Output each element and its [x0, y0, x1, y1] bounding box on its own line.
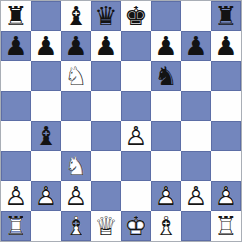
- square-b7[interactable]: ♟: [31, 31, 61, 61]
- black-pawn[interactable]: ♟: [1, 31, 31, 61]
- square-d1[interactable]: ♛♕: [91, 211, 121, 241]
- black-pawn[interactable]: ♟: [211, 31, 241, 61]
- white-knight[interactable]: ♞♘: [61, 151, 91, 181]
- white-knight[interactable]: ♞♘: [61, 61, 91, 91]
- square-a8[interactable]: ♜: [1, 1, 31, 31]
- square-a2[interactable]: ♟♙: [1, 181, 31, 211]
- square-f3[interactable]: [151, 151, 181, 181]
- square-g6[interactable]: [181, 61, 211, 91]
- piece-outline-glyph: ♙: [31, 181, 61, 211]
- square-c3[interactable]: ♞♘: [61, 151, 91, 181]
- square-a1[interactable]: ♜♖: [1, 211, 31, 241]
- square-c2[interactable]: ♟♙: [61, 181, 91, 211]
- black-king[interactable]: ♚: [121, 1, 151, 31]
- square-e3[interactable]: [121, 151, 151, 181]
- square-a5[interactable]: [1, 91, 31, 121]
- square-h4[interactable]: [211, 121, 241, 151]
- square-b5[interactable]: [31, 91, 61, 121]
- square-h5[interactable]: [211, 91, 241, 121]
- piece-outline-glyph: ♙: [151, 181, 181, 211]
- piece-outline-glyph: ♗: [61, 211, 91, 241]
- square-g4[interactable]: [181, 121, 211, 151]
- piece-outline-glyph: ♕: [91, 211, 121, 241]
- black-pawn[interactable]: ♟: [151, 31, 181, 61]
- square-e2[interactable]: [121, 181, 151, 211]
- black-rook[interactable]: ♜: [211, 1, 241, 31]
- piece-outline-glyph: ♔: [121, 211, 151, 241]
- square-c7[interactable]: ♟: [61, 31, 91, 61]
- square-g3[interactable]: [181, 151, 211, 181]
- square-d8[interactable]: ♛: [91, 1, 121, 31]
- black-pawn[interactable]: ♟: [61, 31, 91, 61]
- square-h6[interactable]: [211, 61, 241, 91]
- piece-outline-glyph: ♙: [1, 181, 31, 211]
- black-rook[interactable]: ♜: [1, 1, 31, 31]
- white-bishop[interactable]: ♝♗: [151, 211, 181, 241]
- square-f5[interactable]: [151, 91, 181, 121]
- square-c4[interactable]: [61, 121, 91, 151]
- black-pawn[interactable]: ♟: [91, 31, 121, 61]
- square-e4[interactable]: ♟♙: [121, 121, 151, 151]
- square-b2[interactable]: ♟♙: [31, 181, 61, 211]
- black-bishop[interactable]: ♝: [31, 121, 61, 151]
- square-c6[interactable]: ♞♘: [61, 61, 91, 91]
- white-pawn[interactable]: ♟♙: [211, 181, 241, 211]
- piece-outline-glyph: ♗: [151, 211, 181, 241]
- piece-outline-glyph: ♙: [211, 181, 241, 211]
- white-rook[interactable]: ♜♖: [1, 211, 31, 241]
- piece-outline-glyph: ♘: [61, 151, 91, 181]
- white-pawn[interactable]: ♟♙: [151, 181, 181, 211]
- square-a6[interactable]: [1, 61, 31, 91]
- square-d7[interactable]: ♟: [91, 31, 121, 61]
- square-f2[interactable]: ♟♙: [151, 181, 181, 211]
- square-e8[interactable]: ♚: [121, 1, 151, 31]
- black-pawn[interactable]: ♟: [31, 31, 61, 61]
- white-queen[interactable]: ♛♕: [91, 211, 121, 241]
- square-e7[interactable]: [121, 31, 151, 61]
- square-b4[interactable]: ♝: [31, 121, 61, 151]
- square-c1[interactable]: ♝♗: [61, 211, 91, 241]
- square-h1[interactable]: ♜♖: [211, 211, 241, 241]
- square-f7[interactable]: ♟: [151, 31, 181, 61]
- square-a7[interactable]: ♟: [1, 31, 31, 61]
- piece-outline-glyph: ♙: [61, 181, 91, 211]
- black-bishop[interactable]: ♝: [61, 1, 91, 31]
- piece-outline-glyph: ♖: [1, 211, 31, 241]
- square-b1[interactable]: [31, 211, 61, 241]
- square-f1[interactable]: ♝♗: [151, 211, 181, 241]
- square-e5[interactable]: [121, 91, 151, 121]
- square-f8[interactable]: [151, 1, 181, 31]
- piece-outline-glyph: ♘: [61, 61, 91, 91]
- white-bishop[interactable]: ♝♗: [61, 211, 91, 241]
- black-queen[interactable]: ♛: [91, 1, 121, 31]
- square-g1[interactable]: [181, 211, 211, 241]
- piece-outline-glyph: ♙: [121, 121, 151, 151]
- square-g2[interactable]: ♟♙: [181, 181, 211, 211]
- square-d4[interactable]: [91, 121, 121, 151]
- square-h3[interactable]: [211, 151, 241, 181]
- square-c5[interactable]: [61, 91, 91, 121]
- white-pawn[interactable]: ♟♙: [61, 181, 91, 211]
- square-e1[interactable]: ♚♔: [121, 211, 151, 241]
- white-rook[interactable]: ♜♖: [211, 211, 241, 241]
- square-d3[interactable]: [91, 151, 121, 181]
- black-pawn[interactable]: ♟: [181, 31, 211, 61]
- chess-board: ♜♝♛♚♜♟♟♟♟♟♟♟♞♘♞♝♟♙♞♘♟♙♟♙♟♙♟♙♟♙♟♙♜♖♝♗♛♕♚♔…: [0, 0, 242, 242]
- square-e6[interactable]: [121, 61, 151, 91]
- white-pawn[interactable]: ♟♙: [181, 181, 211, 211]
- square-g5[interactable]: [181, 91, 211, 121]
- square-b3[interactable]: [31, 151, 61, 181]
- square-b8[interactable]: [31, 1, 61, 31]
- square-a4[interactable]: [1, 121, 31, 151]
- square-d2[interactable]: [91, 181, 121, 211]
- square-d5[interactable]: [91, 91, 121, 121]
- square-f4[interactable]: [151, 121, 181, 151]
- square-h7[interactable]: ♟: [211, 31, 241, 61]
- white-pawn[interactable]: ♟♙: [1, 181, 31, 211]
- square-c8[interactable]: ♝: [61, 1, 91, 31]
- black-knight[interactable]: ♞: [151, 61, 181, 91]
- square-d6[interactable]: [91, 61, 121, 91]
- white-pawn[interactable]: ♟♙: [31, 181, 61, 211]
- piece-outline-glyph: ♖: [211, 211, 241, 241]
- square-f6[interactable]: ♞: [151, 61, 181, 91]
- white-king[interactable]: ♚♔: [121, 211, 151, 241]
- square-b6[interactable]: [31, 61, 61, 91]
- square-g8[interactable]: [181, 1, 211, 31]
- square-h2[interactable]: ♟♙: [211, 181, 241, 211]
- square-g7[interactable]: ♟: [181, 31, 211, 61]
- square-a3[interactable]: [1, 151, 31, 181]
- square-h8[interactable]: ♜: [211, 1, 241, 31]
- white-pawn[interactable]: ♟♙: [121, 121, 151, 151]
- piece-outline-glyph: ♙: [181, 181, 211, 211]
